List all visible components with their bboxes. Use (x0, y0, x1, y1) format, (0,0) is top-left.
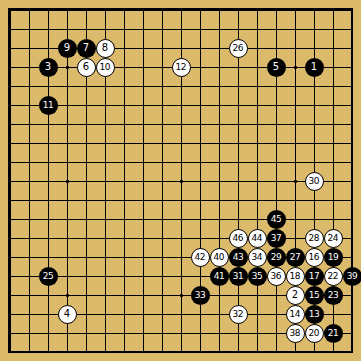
intersection (115, 134, 134, 153)
intersection (305, 210, 324, 229)
intersection (1, 39, 20, 58)
intersection (229, 286, 248, 305)
intersection (96, 267, 115, 286)
intersection (20, 343, 39, 361)
intersection: 27 (286, 248, 305, 267)
intersection (1, 172, 20, 191)
intersection: 13 (305, 305, 324, 324)
stone-15-black: 15 (305, 286, 325, 305)
intersection (77, 1, 96, 20)
intersection (20, 267, 39, 286)
stone-24-white: 24 (324, 229, 343, 248)
intersection (267, 191, 286, 210)
intersection: 10 (96, 58, 115, 77)
intersection (305, 77, 324, 96)
intersection: 32 (229, 305, 248, 324)
intersection (191, 58, 210, 77)
intersection (229, 20, 248, 39)
intersection (58, 1, 77, 20)
intersection (172, 115, 191, 134)
intersection (343, 20, 361, 39)
intersection (115, 229, 134, 248)
intersection (1, 20, 20, 39)
stone-23-black: 23 (324, 286, 344, 305)
intersection (20, 96, 39, 115)
intersection (229, 58, 248, 77)
intersection (1, 191, 20, 210)
intersection (210, 96, 229, 115)
intersection (115, 77, 134, 96)
intersection (58, 248, 77, 267)
intersection (58, 115, 77, 134)
intersection (343, 305, 361, 324)
intersection (229, 324, 248, 343)
stone-7-black: 7 (77, 39, 96, 58)
intersection (134, 39, 153, 58)
stone-13-black: 13 (305, 305, 325, 324)
intersection (20, 1, 39, 20)
intersection (305, 39, 324, 58)
intersection (1, 96, 20, 115)
intersection (286, 191, 305, 210)
intersection: 35 (248, 267, 267, 286)
intersection (20, 191, 39, 210)
intersection: 20 (305, 324, 324, 343)
intersection (343, 96, 361, 115)
intersection (1, 305, 20, 324)
intersection (115, 58, 134, 77)
intersection: 36 (267, 267, 286, 286)
intersection (39, 191, 58, 210)
intersection (286, 153, 305, 172)
intersection (172, 191, 191, 210)
intersection (343, 1, 361, 20)
intersection (191, 343, 210, 361)
intersection (324, 58, 343, 77)
intersection (286, 172, 305, 191)
intersection (58, 96, 77, 115)
intersection: 23 (324, 286, 343, 305)
intersection (39, 248, 58, 267)
intersection (172, 286, 191, 305)
intersection (115, 191, 134, 210)
intersection (153, 343, 172, 361)
stone-46-white: 46 (229, 229, 248, 248)
intersection (248, 1, 267, 20)
intersection (39, 115, 58, 134)
intersection (229, 134, 248, 153)
intersection (324, 39, 343, 58)
intersection (267, 77, 286, 96)
intersection (77, 286, 96, 305)
intersection (343, 172, 361, 191)
intersection (324, 1, 343, 20)
intersection (134, 229, 153, 248)
intersection (343, 134, 361, 153)
stone-16-white: 16 (305, 248, 324, 267)
intersection (343, 153, 361, 172)
intersection (1, 134, 20, 153)
intersection (58, 153, 77, 172)
intersection (229, 77, 248, 96)
intersection (286, 58, 305, 77)
intersection: 24 (324, 229, 343, 248)
intersection (343, 229, 361, 248)
intersection (286, 39, 305, 58)
intersection (324, 172, 343, 191)
intersection: 14 (286, 305, 305, 324)
stone-39-black: 39 (343, 267, 361, 286)
intersection (77, 96, 96, 115)
intersection (39, 286, 58, 305)
intersection (77, 229, 96, 248)
intersection (286, 77, 305, 96)
intersection (134, 20, 153, 39)
intersection (172, 305, 191, 324)
intersection (20, 134, 39, 153)
intersection (96, 115, 115, 134)
intersection (191, 20, 210, 39)
intersection: 6 (77, 58, 96, 77)
stone-31-black: 31 (229, 267, 249, 286)
intersection: 41 (210, 267, 229, 286)
intersection (191, 153, 210, 172)
intersection (77, 210, 96, 229)
intersection (248, 324, 267, 343)
intersection: 8 (96, 39, 115, 58)
stone-14-white: 14 (286, 305, 305, 324)
intersection (134, 58, 153, 77)
intersection (77, 115, 96, 134)
intersection (39, 39, 58, 58)
intersection: 31 (229, 267, 248, 286)
intersection (286, 134, 305, 153)
intersection (210, 343, 229, 361)
intersection (172, 153, 191, 172)
stone-36-white: 36 (267, 267, 286, 286)
intersection (191, 77, 210, 96)
intersection (77, 134, 96, 153)
intersection (96, 343, 115, 361)
intersection (20, 77, 39, 96)
intersection (229, 1, 248, 20)
intersection (58, 58, 77, 77)
intersection (153, 20, 172, 39)
intersection (115, 324, 134, 343)
stone-22-white: 22 (324, 267, 343, 286)
intersection (324, 343, 343, 361)
intersection (343, 58, 361, 77)
intersection (153, 324, 172, 343)
intersection (1, 1, 20, 20)
intersection (210, 77, 229, 96)
intersection: 19 (324, 248, 343, 267)
stone-8-white: 8 (96, 39, 115, 58)
intersection (77, 248, 96, 267)
intersection (343, 77, 361, 96)
intersection: 18 (286, 267, 305, 286)
intersection (343, 115, 361, 134)
intersection (96, 191, 115, 210)
intersection (210, 20, 229, 39)
intersection (172, 96, 191, 115)
intersection (343, 210, 361, 229)
stone-9-black: 9 (58, 39, 77, 58)
intersection (267, 286, 286, 305)
intersection (58, 172, 77, 191)
intersection (248, 343, 267, 361)
intersection (77, 20, 96, 39)
intersection (20, 39, 39, 58)
intersection (39, 1, 58, 20)
stone-29-black: 29 (267, 248, 287, 267)
intersection (58, 229, 77, 248)
intersection (267, 115, 286, 134)
stone-1-black: 1 (305, 58, 324, 77)
intersection (58, 20, 77, 39)
intersection: 37 (267, 229, 286, 248)
intersection (210, 115, 229, 134)
intersection (134, 210, 153, 229)
intersection (96, 77, 115, 96)
stone-38-white: 38 (286, 324, 305, 343)
intersection (58, 286, 77, 305)
stone-35-black: 35 (248, 267, 268, 286)
intersection (115, 39, 134, 58)
intersection: 15 (305, 286, 324, 305)
stone-10-white: 10 (96, 58, 115, 77)
intersection (324, 153, 343, 172)
intersection (115, 305, 134, 324)
intersection (191, 134, 210, 153)
intersection (134, 305, 153, 324)
intersection (324, 96, 343, 115)
intersection (286, 343, 305, 361)
intersection (248, 191, 267, 210)
intersection (324, 77, 343, 96)
intersection (39, 77, 58, 96)
stone-11-black: 11 (39, 96, 59, 115)
intersection (191, 324, 210, 343)
intersection (172, 172, 191, 191)
intersection: 25 (39, 267, 58, 286)
intersection (115, 172, 134, 191)
intersection (134, 267, 153, 286)
intersection (191, 96, 210, 115)
stone-43-black: 43 (229, 248, 249, 267)
stone-32-white: 32 (229, 305, 248, 324)
intersection (191, 115, 210, 134)
intersection (115, 115, 134, 134)
intersection (77, 305, 96, 324)
stone-44-white: 44 (248, 229, 267, 248)
intersection (115, 153, 134, 172)
intersection (20, 115, 39, 134)
intersection (115, 20, 134, 39)
intersection (153, 77, 172, 96)
intersection: 39 (343, 267, 361, 286)
stone-34-white: 34 (248, 248, 267, 267)
intersection (134, 77, 153, 96)
intersection (191, 305, 210, 324)
intersection (153, 172, 172, 191)
intersection (153, 286, 172, 305)
intersection (229, 96, 248, 115)
intersection (248, 153, 267, 172)
go-board: 9782636101251113045464437282442404334292… (0, 0, 361, 361)
stone-45-black: 45 (267, 210, 287, 229)
intersection (39, 305, 58, 324)
intersection (153, 58, 172, 77)
intersection (267, 39, 286, 58)
intersection (267, 324, 286, 343)
intersection (77, 77, 96, 96)
intersection (20, 229, 39, 248)
intersection (20, 210, 39, 229)
intersection (172, 248, 191, 267)
stone-6-white: 6 (77, 58, 96, 77)
intersection (267, 172, 286, 191)
intersection (267, 1, 286, 20)
intersection (20, 324, 39, 343)
intersection: 11 (39, 96, 58, 115)
intersection (267, 20, 286, 39)
intersection (39, 210, 58, 229)
stone-2-white: 2 (286, 286, 305, 305)
intersection (248, 286, 267, 305)
intersection (305, 153, 324, 172)
intersection (305, 191, 324, 210)
intersection (267, 343, 286, 361)
intersection: 21 (324, 324, 343, 343)
stone-28-white: 28 (305, 229, 324, 248)
intersection (324, 305, 343, 324)
intersection (134, 1, 153, 20)
intersection (305, 115, 324, 134)
stone-26-white: 26 (229, 39, 248, 58)
intersection (172, 343, 191, 361)
intersection (1, 229, 20, 248)
intersection (286, 20, 305, 39)
board-grid: 9782636101251113045464437282442404334292… (1, 1, 361, 361)
intersection (172, 39, 191, 58)
intersection (305, 20, 324, 39)
intersection (286, 1, 305, 20)
intersection: 26 (229, 39, 248, 58)
intersection: 17 (305, 267, 324, 286)
intersection (172, 324, 191, 343)
intersection (343, 39, 361, 58)
intersection (191, 191, 210, 210)
intersection (286, 210, 305, 229)
intersection (229, 115, 248, 134)
intersection (267, 153, 286, 172)
intersection (153, 305, 172, 324)
intersection (134, 286, 153, 305)
intersection (96, 305, 115, 324)
intersection: 38 (286, 324, 305, 343)
intersection (134, 191, 153, 210)
intersection (305, 96, 324, 115)
intersection (58, 343, 77, 361)
intersection (1, 153, 20, 172)
intersection: 28 (305, 229, 324, 248)
stone-41-black: 41 (210, 267, 230, 286)
intersection (77, 343, 96, 361)
intersection: 5 (267, 58, 286, 77)
intersection (210, 58, 229, 77)
intersection (153, 191, 172, 210)
intersection (248, 210, 267, 229)
intersection (134, 153, 153, 172)
intersection (58, 77, 77, 96)
intersection: 2 (286, 286, 305, 305)
stone-12-white: 12 (172, 58, 191, 77)
intersection: 1 (305, 58, 324, 77)
intersection (1, 267, 20, 286)
intersection (134, 343, 153, 361)
intersection (77, 172, 96, 191)
intersection (324, 191, 343, 210)
intersection: 12 (172, 58, 191, 77)
intersection (96, 210, 115, 229)
intersection (1, 115, 20, 134)
intersection (134, 96, 153, 115)
intersection (210, 191, 229, 210)
intersection (39, 134, 58, 153)
intersection (20, 286, 39, 305)
intersection (191, 172, 210, 191)
intersection (153, 115, 172, 134)
intersection (77, 324, 96, 343)
stone-21-black: 21 (324, 324, 344, 343)
intersection (210, 1, 229, 20)
intersection (134, 115, 153, 134)
intersection (248, 134, 267, 153)
intersection (191, 39, 210, 58)
intersection (39, 324, 58, 343)
intersection (96, 286, 115, 305)
intersection (153, 229, 172, 248)
intersection: 45 (267, 210, 286, 229)
intersection (20, 248, 39, 267)
intersection (248, 96, 267, 115)
stone-42-white: 42 (191, 248, 210, 267)
intersection (96, 153, 115, 172)
intersection (96, 324, 115, 343)
intersection (134, 248, 153, 267)
intersection (153, 96, 172, 115)
intersection (1, 324, 20, 343)
intersection (1, 286, 20, 305)
intersection (134, 172, 153, 191)
intersection (58, 134, 77, 153)
intersection (96, 96, 115, 115)
intersection (153, 267, 172, 286)
intersection (115, 96, 134, 115)
intersection (210, 229, 229, 248)
intersection (267, 134, 286, 153)
intersection (210, 324, 229, 343)
intersection: 46 (229, 229, 248, 248)
intersection (115, 267, 134, 286)
intersection (58, 267, 77, 286)
stone-3-black: 3 (39, 58, 58, 77)
intersection (153, 153, 172, 172)
stone-19-black: 19 (324, 248, 344, 267)
intersection (39, 343, 58, 361)
intersection (153, 134, 172, 153)
